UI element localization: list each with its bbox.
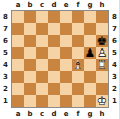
file-label-a: a [12,109,24,119]
square-d3[interactable] [48,71,60,83]
square-f2[interactable] [72,83,84,95]
file-label-g: g [84,0,96,10]
square-g5[interactable]: ♟ [84,47,96,59]
square-c2[interactable] [36,83,48,95]
square-h5[interactable]: ♟♙ [96,47,108,59]
square-g2[interactable] [84,83,96,95]
square-g7[interactable] [84,23,96,35]
square-h6[interactable]: ♚ [96,35,108,47]
rank-label-4: 4 [109,59,120,71]
square-a7[interactable] [12,23,24,35]
square-d6[interactable] [48,35,60,47]
piece-black-pawn[interactable]: ♟ [84,47,96,59]
file-label-f: f [72,109,84,119]
file-label-c: c [36,0,48,10]
piece-white-pawn-fill: ♟ [96,47,108,59]
piece-white-pawn[interactable]: ♙ [96,47,108,59]
rank-label-5: 5 [0,47,11,59]
square-a2[interactable] [12,83,24,95]
file-label-g: g [84,109,96,119]
piece-white-king-fill: ♚ [96,95,108,107]
square-d1[interactable] [48,95,60,107]
square-a3[interactable] [12,71,24,83]
square-d5[interactable] [48,47,60,59]
rank-label-1: 1 [0,95,11,107]
chess-board: ♚♟♟♙♝♗♜♖♚♔ [11,10,109,108]
file-label-e: e [60,0,72,10]
rank-label-3: 3 [0,71,11,83]
square-c3[interactable] [36,71,48,83]
file-label-e: e [60,109,72,119]
piece-white-king[interactable]: ♔ [96,95,108,107]
rank-label-3: 3 [109,71,120,83]
square-a8[interactable] [12,11,24,23]
square-e3[interactable] [60,71,72,83]
square-h4[interactable]: ♜♖ [96,59,108,71]
square-a4[interactable] [12,59,24,71]
square-h8[interactable] [96,11,108,23]
square-c6[interactable] [36,35,48,47]
rank-label-4: 4 [0,59,11,71]
square-b3[interactable] [24,71,36,83]
square-a1[interactable] [12,95,24,107]
piece-white-rook[interactable]: ♖ [96,59,108,71]
square-g8[interactable] [84,11,96,23]
square-a6[interactable] [12,35,24,47]
file-label-b: b [24,0,36,10]
square-d7[interactable] [48,23,60,35]
square-d8[interactable] [48,11,60,23]
square-c1[interactable] [36,95,48,107]
rank-labels-right: 87654321 [109,11,120,107]
file-label-a: a [12,0,24,10]
rank-label-1: 1 [109,95,120,107]
square-e6[interactable] [60,35,72,47]
file-label-h: h [96,0,108,10]
square-h1[interactable]: ♚♔ [96,95,108,107]
file-label-d: d [48,0,60,10]
square-b2[interactable] [24,83,36,95]
square-e7[interactable] [60,23,72,35]
square-g3[interactable] [84,71,96,83]
file-label-c: c [36,109,48,119]
piece-white-rook-fill: ♜ [96,59,108,71]
piece-white-bishop-fill: ♝ [72,59,84,71]
square-d4[interactable] [48,59,60,71]
square-b1[interactable] [24,95,36,107]
square-f5[interactable] [72,47,84,59]
rank-label-2: 2 [0,83,11,95]
square-a5[interactable] [12,47,24,59]
rank-label-7: 7 [0,23,11,35]
square-c8[interactable] [36,11,48,23]
file-labels-top: abcdefgh [12,0,108,10]
square-f3[interactable] [72,71,84,83]
file-label-d: d [48,109,60,119]
square-f8[interactable] [72,11,84,23]
square-h7[interactable] [96,23,108,35]
rank-label-5: 5 [109,47,120,59]
square-e1[interactable] [60,95,72,107]
rank-label-6: 6 [109,35,120,47]
chess-diagram: abcdefgh 87654321 ♚♟♟♙♝♗♜♖♚♔ 87654321 ab… [0,0,120,119]
square-g4[interactable] [84,59,96,71]
square-b6[interactable] [24,35,36,47]
square-f1[interactable] [72,95,84,107]
square-g6[interactable] [84,35,96,47]
square-c4[interactable] [36,59,48,71]
square-e8[interactable] [60,11,72,23]
rank-label-7: 7 [109,23,120,35]
square-e2[interactable] [60,83,72,95]
file-label-h: h [96,109,108,119]
square-f7[interactable] [72,23,84,35]
square-f4[interactable]: ♝♗ [72,59,84,71]
square-c7[interactable] [36,23,48,35]
square-c5[interactable] [36,47,48,59]
rank-label-6: 6 [0,35,11,47]
square-b8[interactable] [24,11,36,23]
file-label-f: f [72,0,84,10]
piece-black-king[interactable]: ♚ [96,35,108,47]
rank-label-8: 8 [0,11,11,23]
square-g1[interactable] [84,95,96,107]
square-h3[interactable] [96,71,108,83]
square-b5[interactable] [24,47,36,59]
file-labels-bottom: abcdefgh [12,109,108,119]
file-label-b: b [24,109,36,119]
square-h2[interactable] [96,83,108,95]
square-d2[interactable] [48,83,60,95]
rank-label-8: 8 [109,11,120,23]
square-b7[interactable] [24,23,36,35]
square-f6[interactable] [72,35,84,47]
piece-white-bishop[interactable]: ♗ [72,59,84,71]
square-b4[interactable] [24,59,36,71]
square-e4[interactable] [60,59,72,71]
rank-label-2: 2 [109,83,120,95]
rank-labels-left: 87654321 [0,11,11,107]
square-e5[interactable] [60,47,72,59]
